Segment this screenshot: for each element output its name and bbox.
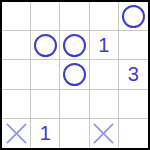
cell-r2c3[interactable] <box>60 31 89 60</box>
cell-r1c1[interactable] <box>2 2 31 31</box>
puzzle-board: 131 <box>0 0 150 150</box>
cell-r3c4[interactable] <box>90 60 119 89</box>
cell-r1c3[interactable] <box>60 2 89 31</box>
cell-r4c4[interactable] <box>90 90 119 119</box>
cell-r2c5[interactable] <box>119 31 148 60</box>
cell-r4c2[interactable] <box>31 90 60 119</box>
cell-r4c3[interactable] <box>60 90 89 119</box>
clue-number: 1 <box>40 123 51 143</box>
cell-r3c3[interactable] <box>60 60 89 89</box>
cell-r3c5[interactable]: 3 <box>119 60 148 89</box>
mine-circle-mark <box>63 34 86 57</box>
cell-r1c4[interactable] <box>90 2 119 31</box>
clue-number: 1 <box>98 35 109 55</box>
cell-r5c4[interactable] <box>90 119 119 148</box>
clue-number: 3 <box>128 64 139 84</box>
safe-x-mark <box>5 122 28 145</box>
cell-r1c5[interactable] <box>119 2 148 31</box>
cell-r1c2[interactable] <box>31 2 60 31</box>
cell-r4c5[interactable] <box>119 90 148 119</box>
mine-circle-mark <box>34 34 57 57</box>
cell-r4c1[interactable] <box>2 90 31 119</box>
cell-r5c2[interactable]: 1 <box>31 119 60 148</box>
cell-r2c1[interactable] <box>2 31 31 60</box>
cell-r5c1[interactable] <box>2 119 31 148</box>
cell-r5c5[interactable] <box>119 119 148 148</box>
mine-circle-mark <box>63 63 86 86</box>
cell-r2c2[interactable] <box>31 31 60 60</box>
mine-circle-mark <box>122 5 145 28</box>
cell-r2c4[interactable]: 1 <box>90 31 119 60</box>
safe-x-mark <box>92 122 115 145</box>
cell-r5c3[interactable] <box>60 119 89 148</box>
cell-r3c2[interactable] <box>31 60 60 89</box>
cell-r3c1[interactable] <box>2 60 31 89</box>
